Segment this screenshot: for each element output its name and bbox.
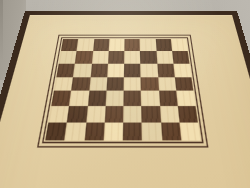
square-r4c2-dark[interactable] (71, 77, 90, 91)
square-r4c3-light[interactable] (89, 77, 107, 91)
square-r4c1-light[interactable] (54, 77, 73, 91)
square-r1c2-light[interactable] (77, 39, 94, 51)
square-r1c7-dark[interactable] (155, 39, 172, 51)
square-r4c5-light[interactable] (124, 77, 141, 91)
square-r6c3-light[interactable] (86, 106, 106, 122)
inlay-stringing-inner (42, 37, 204, 143)
photo-scene (0, 0, 250, 188)
square-r2c4-dark[interactable] (108, 51, 125, 64)
square-r1c8-light[interactable] (171, 39, 188, 51)
square-r1c3-dark[interactable] (93, 39, 110, 51)
square-r2c2-dark[interactable] (75, 51, 93, 64)
square-r3c7-dark[interactable] (157, 63, 175, 76)
square-r7c3-dark[interactable] (84, 123, 104, 141)
square-r3c6-light[interactable] (140, 63, 157, 76)
square-r7c2-light[interactable] (65, 123, 86, 141)
square-r1c1-dark[interactable] (61, 39, 78, 51)
square-r3c5-dark[interactable] (124, 63, 141, 76)
square-r3c1-dark[interactable] (56, 63, 75, 76)
square-r6c7-light[interactable] (160, 106, 180, 122)
playing-field (45, 39, 200, 140)
square-r2c8-dark[interactable] (172, 51, 190, 64)
square-r5c1-dark[interactable] (51, 91, 71, 106)
square-r6c6-dark[interactable] (141, 106, 160, 122)
square-r4c6-dark[interactable] (141, 77, 159, 91)
square-r6c4-dark[interactable] (104, 106, 123, 122)
square-r4c4-dark[interactable] (106, 77, 124, 91)
square-r2c5-light[interactable] (124, 51, 140, 64)
square-r5c8-light[interactable] (176, 91, 196, 106)
square-r2c7-light[interactable] (156, 51, 173, 64)
square-r5c2-light[interactable] (69, 91, 89, 106)
square-r5c3-dark[interactable] (87, 91, 106, 106)
inlay-stringing-outer (37, 35, 208, 148)
square-r1c6-light[interactable] (140, 39, 156, 51)
square-r1c4-light[interactable] (108, 39, 124, 51)
square-r7c4-light[interactable] (103, 123, 123, 141)
square-r5c7-dark[interactable] (159, 91, 178, 106)
square-r6c8-dark[interactable] (178, 106, 198, 122)
square-r7c1-dark[interactable] (45, 123, 67, 141)
square-r7c8-light[interactable] (179, 123, 200, 141)
square-r6c1-light[interactable] (48, 106, 69, 122)
checkerboard-table (0, 11, 250, 188)
wall-corner-seam (0, 0, 3, 60)
square-r2c6-dark[interactable] (140, 51, 157, 64)
square-r2c1-light[interactable] (59, 51, 77, 64)
square-r7c7-dark[interactable] (161, 123, 182, 141)
square-r4c7-light[interactable] (158, 77, 176, 91)
square-r7c6-light[interactable] (142, 123, 162, 141)
square-r4c8-dark[interactable] (175, 77, 194, 91)
square-r5c4-light[interactable] (105, 91, 123, 106)
square-r7c5-dark[interactable] (123, 123, 142, 141)
square-r3c3-dark[interactable] (90, 63, 108, 76)
square-r3c4-light[interactable] (107, 63, 124, 76)
square-r6c5-light[interactable] (123, 106, 142, 122)
square-r6c2-dark[interactable] (67, 106, 87, 122)
square-r2c3-light[interactable] (91, 51, 108, 64)
square-r1c5-dark[interactable] (124, 39, 140, 51)
square-r3c2-light[interactable] (73, 63, 91, 76)
square-r5c6-light[interactable] (141, 91, 159, 106)
square-r5c5-dark[interactable] (123, 91, 141, 106)
square-r3c8-light[interactable] (173, 63, 191, 76)
